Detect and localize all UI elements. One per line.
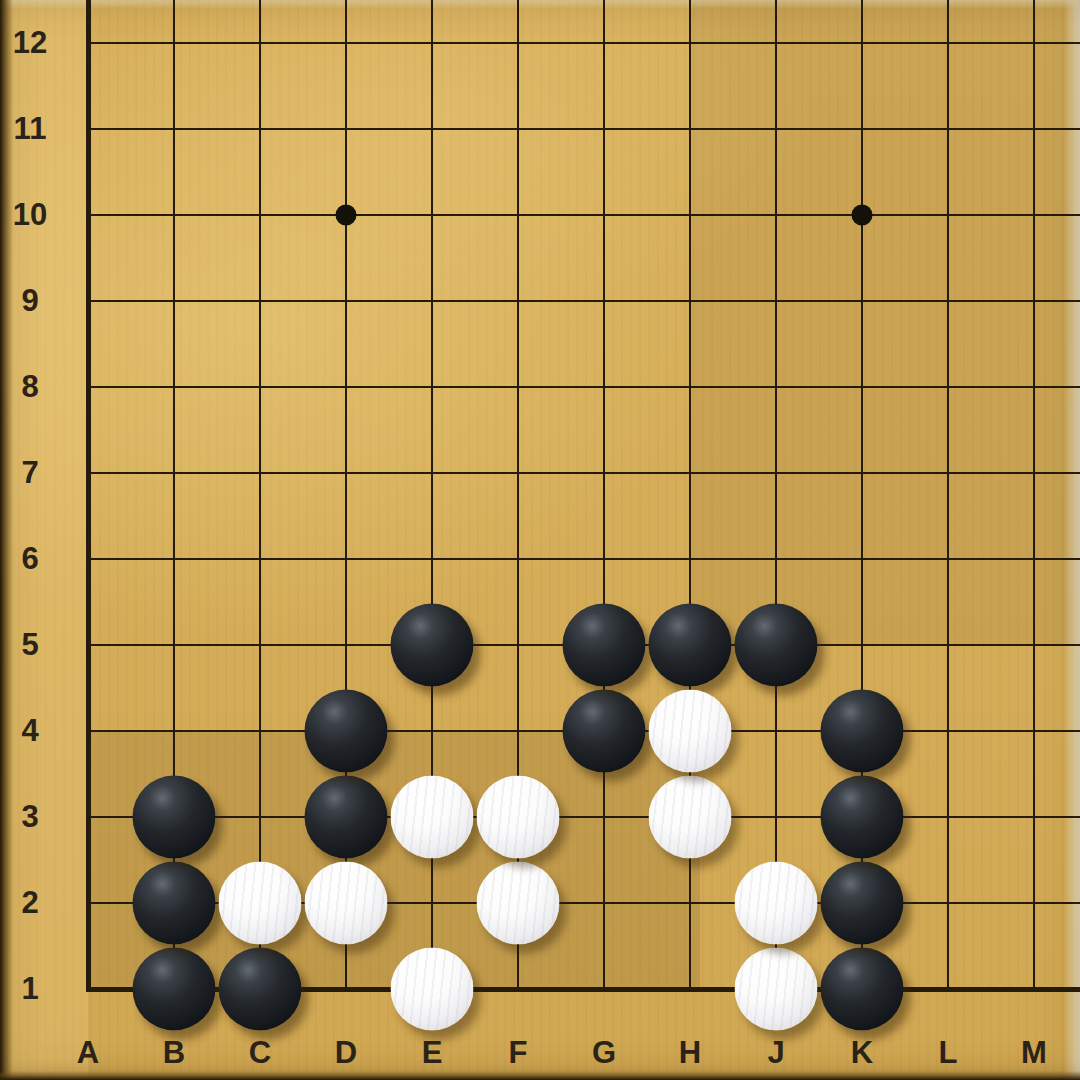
stone-black-c1: [219, 948, 302, 1031]
stone-black-g4: [563, 690, 646, 773]
stone-black-k1: [821, 948, 904, 1031]
grid-line-col-J: [775, 0, 777, 991]
star-point-k10: [852, 205, 873, 226]
stone-black-b3: [133, 776, 216, 859]
row-label-7: 7: [21, 455, 38, 491]
stone-white-h3: [649, 776, 732, 859]
grid-line-col-L: [947, 0, 949, 991]
col-label-h: H: [679, 1035, 701, 1071]
col-label-j: J: [767, 1035, 784, 1071]
row-label-4: 4: [21, 713, 38, 749]
grid-line-row-12: [86, 42, 1080, 44]
row-label-9: 9: [21, 283, 38, 319]
stone-white-c2: [219, 862, 302, 945]
grid-line-row-7: [86, 472, 1080, 474]
stone-black-k3: [821, 776, 904, 859]
board-left-edge-bevel: [0, 0, 13, 1080]
row-label-6: 6: [21, 541, 38, 577]
stone-white-j1: [735, 948, 818, 1031]
stone-white-d2: [305, 862, 388, 945]
col-label-k: K: [851, 1035, 873, 1071]
stone-black-d4: [305, 690, 388, 773]
col-label-l: L: [939, 1035, 958, 1071]
row-label-12: 12: [13, 25, 47, 61]
stone-black-k4: [821, 690, 904, 773]
row-label-11: 11: [14, 111, 47, 147]
board-bottom-edge-bevel: [0, 1071, 1080, 1080]
grid-line-col-C: [259, 0, 261, 991]
stone-black-b2: [133, 862, 216, 945]
col-label-b: B: [163, 1035, 185, 1071]
row-label-2: 2: [21, 885, 38, 921]
stone-black-d3: [305, 776, 388, 859]
stone-black-k2: [821, 862, 904, 945]
col-label-m: M: [1021, 1035, 1047, 1071]
stone-white-e1: [391, 948, 474, 1031]
stone-black-b1: [133, 948, 216, 1031]
col-label-c: C: [249, 1035, 271, 1071]
stone-black-g5: [563, 604, 646, 687]
grid-line-row-9: [86, 300, 1080, 302]
grid-line-col-G: [603, 0, 605, 991]
stone-white-f2: [477, 862, 560, 945]
grid-line-row-3: [86, 816, 1080, 818]
row-label-10: 10: [13, 197, 47, 233]
col-label-e: E: [422, 1035, 443, 1071]
stone-white-h4: [649, 690, 732, 773]
stone-black-h5: [649, 604, 732, 687]
stone-white-e3: [391, 776, 474, 859]
go-board[interactable]: 121110987654321ABCDEFGHJKLM: [0, 0, 1080, 1080]
stone-black-e5: [391, 604, 474, 687]
col-label-a: A: [77, 1035, 99, 1071]
row-label-3: 3: [21, 799, 38, 835]
star-point-d10: [336, 205, 357, 226]
stone-black-j5: [735, 604, 818, 687]
col-label-d: D: [335, 1035, 357, 1071]
grid-line-row-6: [86, 558, 1080, 560]
col-label-g: G: [592, 1035, 616, 1071]
stone-white-f3: [477, 776, 560, 859]
grid-line-row-8: [86, 386, 1080, 388]
stone-white-j2: [735, 862, 818, 945]
row-label-5: 5: [21, 627, 38, 663]
row-label-1: 1: [21, 971, 38, 1007]
grid-line-row-10: [86, 214, 1080, 216]
grid-line-col-A: [86, 0, 91, 991]
grid-line-row-11: [86, 128, 1080, 130]
grid-line-col-M: [1033, 0, 1035, 991]
row-label-8: 8: [21, 369, 38, 405]
col-label-f: F: [509, 1035, 528, 1071]
